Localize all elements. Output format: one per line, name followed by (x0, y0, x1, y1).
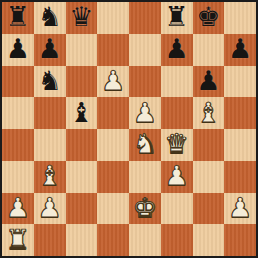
square-g4[interactable] (193, 129, 225, 161)
piece-black-pawn: ♟ (6, 35, 30, 62)
square-e3[interactable] (129, 161, 161, 193)
square-g8[interactable]: ♚ (193, 2, 225, 34)
square-f5[interactable] (161, 97, 193, 129)
piece-black-pawn: ♟ (228, 35, 252, 62)
square-b4[interactable] (34, 129, 66, 161)
chess-board-frame: ♜♞♛♜♚♟♟♟♟♞♟♟♝♟♝♞♛♝♟♟♟♚♟♜ (0, 0, 258, 258)
square-h4[interactable] (224, 129, 256, 161)
square-f3[interactable]: ♟ (161, 161, 193, 193)
square-d8[interactable] (97, 2, 129, 34)
piece-black-pawn: ♟ (38, 35, 62, 62)
square-c1[interactable] (66, 224, 98, 256)
square-f4[interactable]: ♛ (161, 129, 193, 161)
square-f6[interactable] (161, 66, 193, 98)
piece-black-bishop: ♝ (69, 99, 93, 126)
square-h7[interactable]: ♟ (224, 34, 256, 66)
square-g7[interactable] (193, 34, 225, 66)
square-f8[interactable]: ♜ (161, 2, 193, 34)
piece-black-rook: ♜ (165, 3, 189, 30)
square-e1[interactable] (129, 224, 161, 256)
square-a2[interactable]: ♟ (2, 193, 34, 225)
square-h2[interactable]: ♟ (224, 193, 256, 225)
square-a3[interactable] (2, 161, 34, 193)
piece-black-pawn: ♟ (165, 35, 189, 62)
square-a4[interactable] (2, 129, 34, 161)
square-e8[interactable] (129, 2, 161, 34)
square-f1[interactable] (161, 224, 193, 256)
piece-white-rook: ♜ (6, 226, 30, 253)
piece-white-pawn: ♟ (101, 67, 125, 94)
square-a5[interactable] (2, 97, 34, 129)
square-h5[interactable] (224, 97, 256, 129)
square-g2[interactable] (193, 193, 225, 225)
piece-white-knight: ♞ (133, 130, 157, 157)
square-h1[interactable] (224, 224, 256, 256)
square-b3[interactable]: ♝ (34, 161, 66, 193)
square-c8[interactable]: ♛ (66, 2, 98, 34)
square-a8[interactable]: ♜ (2, 2, 34, 34)
piece-black-queen: ♛ (69, 3, 93, 30)
piece-black-king: ♚ (196, 3, 220, 30)
piece-white-pawn: ♟ (133, 99, 157, 126)
square-c7[interactable] (66, 34, 98, 66)
square-d7[interactable] (97, 34, 129, 66)
chess-board: ♜♞♛♜♚♟♟♟♟♞♟♟♝♟♝♞♛♝♟♟♟♚♟♜ (2, 2, 256, 256)
piece-white-bishop: ♝ (196, 99, 220, 126)
square-e6[interactable] (129, 66, 161, 98)
square-d6[interactable]: ♟ (97, 66, 129, 98)
square-d3[interactable] (97, 161, 129, 193)
square-a1[interactable]: ♜ (2, 224, 34, 256)
square-a7[interactable]: ♟ (2, 34, 34, 66)
piece-black-knight: ♞ (38, 67, 62, 94)
square-d5[interactable] (97, 97, 129, 129)
square-a6[interactable] (2, 66, 34, 98)
square-d1[interactable] (97, 224, 129, 256)
square-e5[interactable]: ♟ (129, 97, 161, 129)
square-c6[interactable] (66, 66, 98, 98)
square-f7[interactable]: ♟ (161, 34, 193, 66)
piece-white-pawn: ♟ (228, 194, 252, 221)
square-e7[interactable] (129, 34, 161, 66)
piece-white-bishop: ♝ (38, 162, 62, 189)
square-e4[interactable]: ♞ (129, 129, 161, 161)
square-b6[interactable]: ♞ (34, 66, 66, 98)
square-h3[interactable] (224, 161, 256, 193)
piece-black-knight: ♞ (38, 3, 62, 30)
piece-black-rook: ♜ (6, 3, 30, 30)
square-h6[interactable] (224, 66, 256, 98)
piece-black-pawn: ♟ (196, 67, 220, 94)
square-c2[interactable] (66, 193, 98, 225)
square-b2[interactable]: ♟ (34, 193, 66, 225)
square-c3[interactable] (66, 161, 98, 193)
square-b5[interactable] (34, 97, 66, 129)
square-b7[interactable]: ♟ (34, 34, 66, 66)
square-g6[interactable]: ♟ (193, 66, 225, 98)
piece-white-pawn: ♟ (165, 162, 189, 189)
square-e2[interactable]: ♚ (129, 193, 161, 225)
piece-white-king: ♚ (133, 194, 157, 221)
square-c4[interactable] (66, 129, 98, 161)
square-b8[interactable]: ♞ (34, 2, 66, 34)
square-d2[interactable] (97, 193, 129, 225)
square-c5[interactable]: ♝ (66, 97, 98, 129)
square-b1[interactable] (34, 224, 66, 256)
square-d4[interactable] (97, 129, 129, 161)
square-g3[interactable] (193, 161, 225, 193)
piece-white-pawn: ♟ (38, 194, 62, 221)
square-g1[interactable] (193, 224, 225, 256)
square-f2[interactable] (161, 193, 193, 225)
square-g5[interactable]: ♝ (193, 97, 225, 129)
piece-white-pawn: ♟ (6, 194, 30, 221)
square-h8[interactable] (224, 2, 256, 34)
piece-white-queen: ♛ (165, 130, 189, 157)
